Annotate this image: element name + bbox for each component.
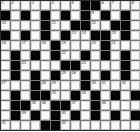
cell-r6c5[interactable]: [41, 51, 50, 60]
cell-r4c9[interactable]: 14: [81, 31, 90, 40]
clue-number: 42: [62, 121, 66, 125]
cell-r13c6: [51, 121, 60, 130]
cell-r3c7[interactable]: [61, 21, 70, 30]
clue-number: 28: [42, 81, 46, 85]
clue-number: 20: [92, 41, 96, 45]
cell-r4c11: [101, 31, 110, 40]
cell-r13c5: [41, 121, 50, 130]
cell-r5c4[interactable]: [31, 41, 40, 50]
cell-r10c3[interactable]: [21, 91, 30, 100]
cell-r3c3[interactable]: [21, 21, 30, 30]
clue-number: 8: [132, 1, 134, 5]
cell-r7c13: [121, 61, 130, 70]
cell-r3c11[interactable]: [101, 21, 110, 30]
cell-r9c4: [31, 81, 40, 90]
cell-r4c5: [41, 31, 50, 40]
clue-number: 4: [52, 1, 54, 5]
cell-r13c3[interactable]: [21, 121, 30, 130]
clue-number: 18: [42, 41, 46, 45]
cell-r6c1[interactable]: [1, 51, 10, 60]
cell-r5c12[interactable]: 21: [111, 41, 120, 50]
cell-r10c8: [71, 91, 80, 100]
cell-r5c5[interactable]: 18: [41, 41, 50, 50]
cell-r5c2[interactable]: [11, 41, 20, 50]
clue-number: 2: [12, 1, 14, 5]
cell-r10c12: [111, 91, 120, 100]
clue-number: 23: [22, 61, 26, 65]
cell-r2c2[interactable]: [11, 11, 20, 20]
cell-r9c3[interactable]: [21, 81, 30, 90]
cell-r5c1[interactable]: 16: [1, 41, 10, 50]
cell-r12c3[interactable]: 39: [21, 111, 30, 120]
cell-r4c3: [21, 31, 30, 40]
cell-r7c4[interactable]: [31, 61, 40, 70]
clue-number: 33: [52, 91, 56, 95]
cell-r4c6[interactable]: [51, 31, 60, 40]
cell-r12c5[interactable]: [41, 111, 50, 120]
cell-r9c9: [81, 81, 90, 90]
cell-r12c9[interactable]: [81, 111, 90, 120]
cell-r1c11[interactable]: 6: [101, 1, 110, 10]
cell-r1c5[interactable]: [41, 1, 50, 10]
cell-r10c6[interactable]: 33: [51, 91, 60, 100]
cell-r1c1[interactable]: 1: [1, 1, 10, 10]
cell-r5c7[interactable]: 19: [61, 41, 70, 50]
cell-r10c4: [31, 91, 40, 100]
cell-r2c14[interactable]: [131, 11, 140, 20]
cell-r13c4[interactable]: [31, 121, 40, 130]
cell-r5c13[interactable]: [121, 41, 130, 50]
cell-r7c2: [11, 61, 20, 70]
cell-r3c2[interactable]: [11, 21, 20, 30]
cell-r11c12[interactable]: [111, 101, 120, 110]
cell-r4c12[interactable]: 15: [111, 31, 120, 40]
cell-r6c9: [81, 51, 90, 60]
cell-r3c4[interactable]: [31, 21, 40, 30]
cell-r9c6[interactable]: 29: [51, 81, 60, 90]
cell-r7c11[interactable]: [101, 61, 110, 70]
cell-r7c12[interactable]: [111, 61, 120, 70]
cell-r9c5[interactable]: 28: [41, 81, 50, 90]
cell-r2c8[interactable]: [71, 11, 80, 20]
cell-r9c2[interactable]: [11, 81, 20, 90]
cell-r8c3[interactable]: [21, 71, 30, 80]
clue-number: 16: [2, 41, 6, 45]
cell-r3c1[interactable]: 10: [1, 21, 10, 30]
cell-r6c2: [11, 51, 20, 60]
cell-r10c2: [11, 91, 20, 100]
cell-r1c14[interactable]: 8: [131, 1, 140, 10]
cell-r2c11: [101, 11, 110, 20]
cell-r2c6[interactable]: [51, 11, 60, 20]
cell-r2c7: [61, 11, 70, 20]
cell-r8c13: [121, 71, 130, 80]
cell-r10c7[interactable]: [61, 91, 70, 100]
clue-number: 5: [72, 1, 74, 5]
cell-r3c8: [71, 21, 80, 30]
clue-number: 38: [102, 101, 106, 105]
cell-r3c14[interactable]: [131, 21, 140, 30]
clue-number: 17: [22, 41, 26, 45]
clue-number: 9: [92, 11, 94, 15]
cell-r12c8: [71, 111, 80, 120]
cell-r6c13: [121, 51, 130, 60]
cell-r8c2: [11, 71, 20, 80]
cell-r10c1[interactable]: [1, 91, 10, 100]
clue-number: 31: [102, 81, 106, 85]
clue-number: 39: [22, 111, 26, 115]
clue-number: 22: [62, 51, 66, 55]
cell-r4c10: [91, 31, 100, 40]
clue-number: 7: [112, 1, 114, 5]
clue-number: 26: [72, 71, 76, 75]
clue-number: 30: [92, 81, 96, 85]
cell-r5c10[interactable]: 20: [91, 41, 100, 50]
cell-r11c5[interactable]: 36: [41, 101, 50, 110]
cell-r12c12: [111, 111, 120, 120]
cell-r12c7[interactable]: 40: [61, 111, 70, 120]
cell-r13c11[interactable]: [101, 121, 110, 130]
cell-r13c10[interactable]: [91, 121, 100, 130]
cell-r8c8[interactable]: 26: [71, 71, 80, 80]
clue-number: 12: [92, 21, 96, 25]
clue-number: 21: [112, 41, 116, 45]
cell-r5c8[interactable]: [71, 41, 80, 50]
cell-r9c7[interactable]: [61, 81, 70, 90]
cell-r10c14: [131, 91, 140, 100]
cell-r9c11[interactable]: 31: [101, 81, 110, 90]
cell-r6c14[interactable]: [131, 51, 140, 60]
clue-number: 25: [62, 71, 66, 75]
clue-number: 15: [112, 31, 116, 35]
cell-r12c13[interactable]: [121, 111, 130, 120]
cell-r8c9: [81, 71, 90, 80]
clue-number: 19: [62, 41, 66, 45]
cell-r6c12[interactable]: [111, 51, 120, 60]
cell-r1c12[interactable]: 7: [111, 1, 120, 10]
cell-r12c6: [51, 111, 60, 120]
clue-number: 29: [52, 81, 56, 85]
cell-r4c4[interactable]: [31, 31, 40, 40]
cell-r13c13[interactable]: [121, 121, 130, 130]
cell-r8c5[interactable]: [41, 71, 50, 80]
clue-number: 35: [32, 101, 36, 105]
cell-r5c3[interactable]: 17: [21, 41, 30, 50]
cell-r11c7: [61, 101, 70, 110]
cell-r9c8[interactable]: [71, 81, 80, 90]
cell-r2c9: [81, 11, 90, 20]
clue-number: 27: [2, 81, 6, 85]
cell-r13c1[interactable]: 41: [1, 121, 10, 130]
cell-r3c13: [121, 21, 130, 30]
cell-r1c3[interactable]: [21, 1, 30, 10]
cell-r11c11[interactable]: 38: [101, 101, 110, 110]
cell-r11c4[interactable]: 35: [31, 101, 40, 110]
cell-r2c1: [1, 11, 10, 20]
cell-r7c10[interactable]: [91, 61, 100, 70]
cell-r12c11[interactable]: [101, 111, 110, 120]
cell-r2c4[interactable]: [31, 11, 40, 20]
cell-r6c10[interactable]: [91, 51, 100, 60]
clue-number: 10: [2, 21, 6, 25]
clue-number: 13: [72, 31, 76, 35]
cell-r13c9[interactable]: [81, 121, 90, 130]
cell-r6c3[interactable]: [21, 51, 30, 60]
cell-r7c14[interactable]: [131, 61, 140, 70]
cell-r11c2: [11, 101, 20, 110]
clue-number: 14: [82, 31, 86, 35]
clue-number: 24: [82, 61, 86, 65]
cell-r7c8: [71, 61, 80, 70]
cell-r13c12[interactable]: [111, 121, 120, 130]
cell-r6c6: [51, 51, 60, 60]
cell-r9c14[interactable]: [131, 81, 140, 90]
cell-r13c7[interactable]: 42: [61, 121, 70, 130]
cell-r8c4: [31, 71, 40, 80]
cell-r1c13[interactable]: [121, 1, 130, 10]
cell-r8c11: [101, 71, 110, 80]
cell-r10c5: [41, 91, 50, 100]
cell-r12c14: [131, 111, 140, 120]
cell-r12c1[interactable]: [1, 111, 10, 120]
cell-r4c14[interactable]: [131, 31, 140, 40]
clue-number: 32: [122, 81, 126, 85]
clue-number: 40: [62, 111, 66, 115]
cell-r11c13[interactable]: [121, 101, 130, 110]
cell-r11c8[interactable]: 37: [71, 101, 80, 110]
cell-r6c4: [31, 51, 40, 60]
clue-number: 3: [32, 1, 34, 5]
cell-r10c13[interactable]: [121, 91, 130, 100]
cell-r6c7[interactable]: 22: [61, 51, 70, 60]
cell-r8c7[interactable]: 25: [61, 71, 70, 80]
cell-r1c6[interactable]: 4: [51, 1, 60, 10]
cell-r7c5[interactable]: [41, 61, 50, 70]
cell-r2c13: [121, 11, 130, 20]
clue-number: 34: [82, 91, 86, 95]
cell-r5c11: [101, 41, 110, 50]
cell-r11c6: [51, 101, 60, 110]
cell-r10c11[interactable]: [101, 91, 110, 100]
cell-r7c3[interactable]: 23: [21, 61, 30, 70]
cell-r9c13[interactable]: 32: [121, 81, 130, 90]
cell-r12c4: [31, 111, 40, 120]
cell-r13c14[interactable]: [131, 121, 140, 130]
cell-r12c2: [11, 111, 20, 120]
cell-r11c10: [91, 101, 100, 110]
cell-r7c9[interactable]: 24: [81, 61, 90, 70]
cell-r4c13: [121, 31, 130, 40]
cell-r8c10[interactable]: [91, 71, 100, 80]
cell-r11c3: [21, 101, 30, 110]
crossword-grid: 1234567891011121314151617181920212223242…: [0, 0, 140, 131]
cell-r3c5: [41, 21, 50, 30]
clue-number: 6: [102, 1, 104, 5]
cell-r11c9[interactable]: [81, 101, 90, 110]
cell-r11c14[interactable]: [131, 101, 140, 110]
cell-r6c11: [101, 51, 110, 60]
cell-r4c7: [61, 31, 70, 40]
cell-r11c1[interactable]: [1, 101, 10, 110]
cell-r1c4[interactable]: 3: [31, 1, 40, 10]
cell-r13c8[interactable]: [71, 121, 80, 130]
cell-r2c12[interactable]: [111, 11, 120, 20]
cell-r5c9[interactable]: [81, 41, 90, 50]
clue-number: 1: [2, 1, 4, 5]
cell-r5c14[interactable]: [131, 41, 140, 50]
cell-r9c12[interactable]: [111, 81, 120, 90]
cell-r3c10[interactable]: 12: [91, 21, 100, 30]
cell-r1c2[interactable]: 2: [11, 1, 20, 10]
cell-r1c10: [91, 1, 100, 10]
cell-r3c6[interactable]: 11: [51, 21, 60, 30]
cell-r8c6: [51, 71, 60, 80]
cell-r2c5: [41, 11, 50, 20]
cell-r2c10[interactable]: 9: [91, 11, 100, 20]
clue-number: 37: [72, 101, 76, 105]
cell-r13c2[interactable]: [11, 121, 20, 130]
cell-r9c10[interactable]: 30: [91, 81, 100, 90]
cell-r4c2[interactable]: [11, 31, 20, 40]
cell-r2c3: [21, 11, 30, 20]
cell-r4c8[interactable]: 13: [71, 31, 80, 40]
cell-r7c7: [61, 61, 70, 70]
cell-r8c14[interactable]: [131, 71, 140, 80]
cell-r6c8[interactable]: [71, 51, 80, 60]
clue-number: 41: [2, 121, 6, 125]
cell-r3c9: [81, 21, 90, 30]
cell-r10c10: [91, 91, 100, 100]
cell-r10c9[interactable]: 34: [81, 91, 90, 100]
cell-r5c6: [51, 41, 60, 50]
cell-r1c9: [81, 1, 90, 10]
cell-r7c1[interactable]: [1, 61, 10, 70]
cell-r8c1[interactable]: [1, 71, 10, 80]
cell-r8c12[interactable]: [111, 71, 120, 80]
clue-number: 36: [42, 101, 46, 105]
clue-number: 11: [52, 21, 56, 25]
cell-r12c10: [91, 111, 100, 120]
cell-r3c12: [111, 21, 120, 30]
cell-r1c7[interactable]: [61, 1, 70, 10]
cell-r4c1: [1, 31, 10, 40]
cell-r7c6[interactable]: [51, 61, 60, 70]
cell-r9c1[interactable]: 27: [1, 81, 10, 90]
cell-r1c8[interactable]: 5: [71, 1, 80, 10]
